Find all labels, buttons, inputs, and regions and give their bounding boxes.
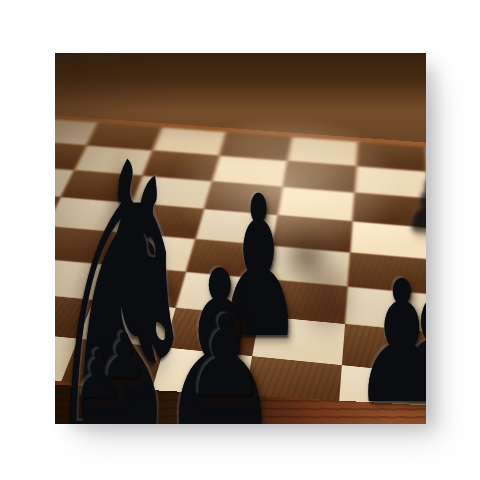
black-pawn: ♟ [352, 258, 426, 424]
page-background: ♞♟♟♟♟♟♟♟♟♟ [0, 0, 480, 480]
artwork-photo: ♞♟♟♟♟♟♟♟♟♟ [55, 53, 426, 424]
art-print: ♞♟♟♟♟♟♟♟♟♟ [55, 53, 426, 424]
pieces-layer: ♞♟♟♟♟♟♟♟♟♟ [55, 53, 426, 424]
black-pawn: ♟ [185, 300, 265, 412]
black-pawn: ♟ [403, 173, 426, 241]
black-pawn: ♟ [100, 325, 147, 387]
